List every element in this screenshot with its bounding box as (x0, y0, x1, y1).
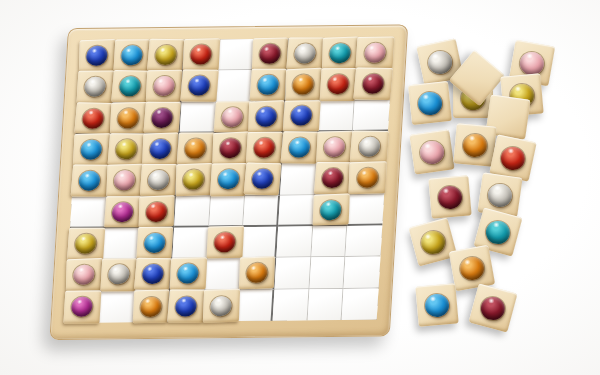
gem-tile-blue[interactable] (134, 258, 172, 291)
gem-pink (419, 139, 446, 165)
gem-yellow (115, 139, 138, 159)
gem-silver (210, 295, 232, 316)
gem-maroon (259, 44, 281, 65)
board-cell-r3c3[interactable] (145, 102, 182, 134)
gem-yellow (418, 228, 447, 256)
board-cell-r6c1[interactable] (70, 197, 107, 229)
gem-red (190, 45, 212, 65)
gem-tile-cyan[interactable] (137, 227, 174, 260)
board-cell-r4c7[interactable] (282, 132, 319, 164)
gem-blue (150, 139, 172, 160)
board-cell-r7c6[interactable] (242, 227, 279, 259)
board-cell-r9c9[interactable] (342, 288, 379, 320)
board-cell-r2c5[interactable] (216, 70, 253, 102)
board-cell-r8c1[interactable] (66, 260, 103, 292)
board-cell-r1c1[interactable] (79, 40, 116, 72)
gem-orange (246, 263, 268, 284)
board-cell-r4c2[interactable] (108, 134, 145, 166)
gem-orange (184, 139, 206, 159)
loose-gem-tile-orange[interactable] (453, 123, 496, 166)
gem-orange (293, 75, 315, 96)
gem-red (82, 108, 105, 128)
gem-purple (151, 107, 174, 127)
gem-maroon (478, 294, 507, 322)
gem-tile-yellow[interactable] (175, 163, 212, 197)
board-cell-r7c9[interactable] (346, 226, 383, 258)
gem-tile-pink[interactable] (316, 131, 353, 164)
board-cell-r1c3[interactable] (149, 40, 186, 72)
board-cell-r1c6[interactable] (253, 39, 290, 71)
board-cell-r1c9[interactable] (357, 38, 394, 70)
board-cell-r8c2[interactable] (101, 259, 138, 291)
board-cell-r2c1[interactable] (78, 72, 115, 104)
board-cell-r2c6[interactable] (251, 70, 288, 102)
gem-tile-cyan[interactable] (280, 131, 319, 164)
board-cell-r4c4[interactable] (178, 133, 215, 165)
loose-gem-tile-orange[interactable] (449, 245, 495, 291)
gem-blue (175, 296, 198, 316)
board-cell-r9c6[interactable] (238, 289, 275, 321)
gem-blue (291, 106, 313, 126)
board-cell-r7c4[interactable] (172, 227, 209, 259)
gem-tile-yellow[interactable] (107, 133, 145, 166)
gem-tile-blue[interactable] (283, 100, 321, 132)
gem-tile-cyan[interactable] (71, 165, 109, 198)
loose-gem-tile-maroon[interactable] (469, 284, 518, 333)
loose-gem-tile-cyan[interactable] (408, 81, 452, 125)
gem-maroon (220, 138, 242, 159)
board-cell-r5c1[interactable] (72, 166, 109, 198)
gem-tile-blue[interactable] (244, 163, 282, 196)
board-cell-r6c4[interactable] (174, 196, 211, 228)
gem-pink (364, 43, 386, 63)
board-grid (64, 38, 393, 323)
gem-cyan (81, 140, 103, 160)
board-cell-r3c8[interactable] (318, 101, 355, 133)
gem-tile-silver[interactable] (100, 258, 138, 291)
board-cell-r2c9[interactable] (355, 69, 392, 101)
board-cell-r7c3[interactable] (138, 228, 175, 260)
gem-tile-blue[interactable] (142, 132, 178, 165)
board-cell-r2c4[interactable] (182, 71, 219, 103)
gem-tile-maroon[interactable] (354, 68, 394, 101)
gem-tile-cyan[interactable] (113, 39, 151, 72)
board-cell-r8c4[interactable] (170, 259, 207, 291)
gem-cyan (217, 170, 239, 190)
gem-yellow (75, 234, 97, 254)
gem-tile-silver[interactable] (350, 131, 389, 164)
gem-tile-cyan[interactable] (210, 163, 248, 196)
board-cell-r4c1[interactable] (74, 134, 111, 166)
gem-blue (86, 45, 108, 66)
gem-orange (462, 132, 488, 157)
board-cell-r5c9[interactable] (349, 163, 386, 195)
gem-blue (251, 169, 274, 189)
gem-teal (320, 199, 342, 220)
gem-cyan (78, 171, 101, 191)
board-cell-r1c2[interactable] (114, 40, 151, 72)
gem-tile-orange[interactable] (349, 162, 387, 195)
gem-tile-pink[interactable] (146, 70, 182, 103)
gem-magenta (111, 202, 133, 222)
board-cell-r5c3[interactable] (141, 165, 178, 197)
gem-silver (487, 182, 514, 208)
gem-pink (73, 265, 95, 286)
gem-tile-teal[interactable] (312, 193, 349, 225)
gem-tile-red[interactable] (246, 132, 283, 165)
gem-tile-blue[interactable] (167, 289, 205, 323)
gem-silver (294, 44, 316, 64)
board-cell-r7c5[interactable] (207, 227, 244, 259)
gem-pink (114, 170, 136, 191)
board-cell-r6c9[interactable] (348, 194, 385, 226)
gem-tile-maroon[interactable] (313, 162, 351, 195)
board-cell-r6c8[interactable] (313, 195, 350, 227)
board-cell-r6c6[interactable] (244, 195, 281, 227)
board-cell-r3c9[interactable] (353, 100, 390, 132)
loose-gem-tile-pink[interactable] (409, 129, 454, 174)
board-cell-r1c8[interactable] (322, 38, 359, 70)
gem-tile-red[interactable] (206, 226, 243, 259)
board-cell-r7c1[interactable] (68, 228, 105, 260)
gem-maroon (321, 169, 344, 189)
gem-orange (458, 255, 486, 282)
gem-pink (323, 137, 345, 157)
gem-orange (117, 107, 139, 127)
board-cell-r9c8[interactable] (307, 289, 344, 321)
gem-tile-purple[interactable] (144, 101, 181, 133)
board-cell-r8c5[interactable] (205, 258, 242, 290)
gem-tile-blue[interactable] (249, 100, 285, 133)
board-cell-r9c4[interactable] (169, 290, 206, 322)
gem-red (214, 232, 236, 252)
gem-tile-pink[interactable] (356, 37, 395, 70)
gem-orange (140, 296, 162, 316)
gem-maroon (362, 74, 385, 94)
board-cell-r8c6[interactable] (240, 258, 277, 290)
board-cell-r8c9[interactable] (344, 257, 381, 289)
gem-tile-orange[interactable] (177, 133, 215, 165)
board-cell-r4c9[interactable] (351, 132, 388, 164)
gem-tile-silver[interactable] (77, 71, 115, 104)
board-cell-r6c2[interactable] (105, 197, 142, 229)
gem-blue (142, 264, 165, 284)
board-cell-r8c7[interactable] (274, 258, 311, 290)
gem-yellow (155, 45, 178, 65)
board-cell-r9c2[interactable] (99, 291, 136, 323)
gem-silver (426, 48, 454, 75)
gem-tile-red[interactable] (183, 38, 220, 71)
board-cell-r4c5[interactable] (213, 133, 250, 165)
gem-cyan (257, 75, 279, 95)
board-cell-r2c8[interactable] (320, 69, 357, 101)
board-cell-r5c2[interactable] (107, 165, 144, 197)
board-cell-r3c1[interactable] (76, 103, 113, 135)
gem-cyan (144, 233, 166, 253)
gem-tile-teal[interactable] (111, 70, 150, 103)
board-cell-r6c5[interactable] (209, 196, 246, 228)
gem-tile-silver[interactable] (202, 288, 239, 322)
gem-red (146, 201, 168, 222)
gem-magenta (71, 297, 93, 317)
gem-tile-red[interactable] (319, 68, 357, 101)
gem-blue (256, 106, 278, 127)
gem-tile-maroon[interactable] (212, 131, 249, 165)
gem-teal (329, 43, 351, 64)
board-cell-r2c7[interactable] (286, 70, 323, 102)
gem-tile-red[interactable] (139, 195, 175, 228)
gem-pink (221, 107, 243, 127)
board-cell-r5c8[interactable] (315, 163, 352, 195)
gem-tile-cyan[interactable] (250, 69, 287, 101)
gem-tile-silver[interactable] (286, 37, 324, 69)
board-cell-r5c4[interactable] (176, 165, 213, 197)
gem-silver (147, 170, 169, 190)
gem-tile-blue[interactable] (79, 39, 116, 73)
gem-tile-orange[interactable] (285, 68, 322, 102)
gem-tile-orange[interactable] (110, 102, 147, 134)
board-cell-r5c5[interactable] (211, 164, 248, 196)
board-cell-r3c5[interactable] (214, 102, 251, 134)
gem-tile-pink[interactable] (66, 258, 103, 292)
gem-silver (84, 77, 106, 97)
gem-tile-blue[interactable] (180, 70, 218, 103)
board-cell-r4c8[interactable] (317, 132, 354, 164)
board-cell-r2c2[interactable] (112, 71, 149, 103)
board-cell-r5c6[interactable] (245, 164, 282, 196)
gem-tile-yellow[interactable] (147, 39, 185, 72)
board-cell-r1c5[interactable] (218, 39, 255, 71)
sudoku-board (49, 24, 408, 340)
gem-red (253, 138, 275, 158)
board-cell-r5c7[interactable] (280, 164, 317, 196)
gem-tile-magenta[interactable] (104, 196, 142, 227)
gem-silver (108, 265, 130, 285)
photo-scene (0, 0, 600, 375)
gem-tile-teal[interactable] (322, 36, 359, 70)
gem-maroon (437, 184, 463, 209)
gem-tile-maroon[interactable] (252, 37, 288, 70)
board-cell-r8c3[interactable] (136, 259, 173, 291)
gem-tile-yellow[interactable] (67, 228, 105, 260)
gem-orange (357, 168, 379, 189)
board-cell-r1c7[interactable] (288, 38, 325, 70)
gem-pink (518, 50, 546, 77)
board-cell-r9c5[interactable] (203, 290, 240, 322)
board-cell-r3c2[interactable] (110, 103, 147, 135)
gem-tile-silver[interactable] (140, 164, 177, 196)
gem-tile-orange[interactable] (239, 257, 275, 290)
gem-cyan (417, 90, 443, 115)
board-cell-r4c3[interactable] (143, 134, 180, 166)
gem-cyan (177, 264, 199, 284)
gem-silver (358, 137, 381, 157)
gem-tile-cyan[interactable] (170, 258, 207, 291)
board-cell-r7c7[interactable] (276, 226, 313, 258)
board-cell-r2c3[interactable] (147, 71, 184, 103)
board-cell-r3c7[interactable] (284, 101, 321, 133)
board-cell-r7c8[interactable] (311, 226, 348, 258)
board-cell-r4c6[interactable] (247, 133, 284, 165)
board-cell-r6c7[interactable] (278, 195, 315, 227)
gem-tile-pink[interactable] (213, 101, 251, 132)
gem-tile-pink[interactable] (106, 164, 143, 197)
gem-tile-orange[interactable] (133, 289, 169, 323)
gem-red (499, 144, 527, 171)
gem-tile-cyan[interactable] (73, 133, 110, 166)
loose-gem-tile-cyan[interactable] (415, 283, 458, 326)
gem-teal (483, 218, 512, 246)
board-cell-r3c6[interactable] (249, 101, 286, 133)
board-cell-r1c4[interactable] (183, 39, 220, 71)
gem-cyan (424, 292, 450, 317)
gem-cyan (288, 137, 311, 157)
gem-cyan (121, 45, 143, 65)
board-cell-r8c8[interactable] (309, 257, 346, 289)
gem-red (327, 75, 349, 95)
gem-yellow (183, 170, 205, 191)
gem-pink (153, 76, 175, 96)
board-cell-r9c3[interactable] (134, 290, 171, 322)
loose-gem-tile-maroon[interactable] (428, 175, 471, 218)
gem-blue (188, 76, 211, 96)
gem-tile-red[interactable] (74, 102, 112, 134)
board-cell-r6c3[interactable] (139, 196, 176, 228)
board-cell-r7c2[interactable] (103, 228, 140, 260)
gem-tile-magenta[interactable] (63, 290, 101, 324)
board-cell-r9c7[interactable] (273, 289, 310, 321)
board-cell-r9c1[interactable] (64, 291, 101, 323)
board-cell-r3c4[interactable] (180, 102, 217, 134)
gem-teal (119, 77, 142, 97)
